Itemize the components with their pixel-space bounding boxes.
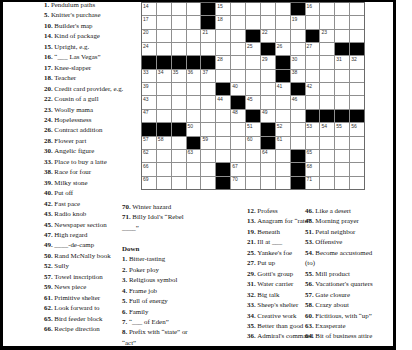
grid-cell bbox=[261, 163, 275, 175]
grid-cell bbox=[187, 3, 201, 15]
black-cell bbox=[291, 177, 305, 189]
clue-item: 5. Knitter's purchase bbox=[44, 10, 141, 20]
grid-cell: 65 bbox=[306, 150, 320, 162]
cell-number: 47 bbox=[143, 109, 149, 115]
cell-number: 23 bbox=[321, 29, 327, 35]
grid-cell bbox=[187, 110, 201, 122]
cell-number: 65 bbox=[307, 149, 313, 155]
clue-item: 17. Knee-slapper bbox=[44, 63, 141, 73]
black-cell bbox=[201, 16, 215, 28]
black-cell bbox=[291, 163, 305, 175]
cell-number: 21 bbox=[202, 29, 208, 35]
grid-cell bbox=[231, 56, 245, 68]
grid-cell bbox=[335, 177, 349, 189]
grid-cell bbox=[201, 83, 215, 95]
cell-number: 66 bbox=[143, 163, 149, 169]
grid-cell: 14 bbox=[142, 3, 156, 15]
clue-item: 12. Profess bbox=[247, 206, 307, 216]
grid-cell bbox=[231, 16, 245, 28]
black-cell bbox=[350, 110, 364, 122]
grid-cell: 25 bbox=[246, 43, 260, 55]
grid-cell bbox=[187, 30, 201, 42]
grid-cell bbox=[157, 16, 171, 28]
grid-cell bbox=[320, 16, 334, 28]
down-clue-column-3: 12. Profess13. Anagram for “rate”19. Ben… bbox=[247, 206, 307, 342]
grid-cell: 51 bbox=[246, 123, 260, 135]
grid-cell: 41 bbox=[276, 83, 290, 95]
cell-number: 60 bbox=[247, 136, 253, 142]
grid-cell bbox=[172, 43, 186, 55]
grid-cell bbox=[291, 123, 305, 135]
black-cell bbox=[216, 163, 230, 175]
grid-cell bbox=[157, 110, 171, 122]
black-cell bbox=[320, 110, 334, 122]
cell-number: 57 bbox=[143, 136, 149, 142]
grid-cell bbox=[276, 163, 290, 175]
cell-number: 37 bbox=[202, 69, 208, 75]
grid-cell bbox=[246, 177, 260, 189]
clue-item: 51. Petal neighbor bbox=[305, 227, 381, 237]
grid-cell bbox=[201, 43, 215, 55]
grid-cell: 18 bbox=[216, 16, 230, 28]
black-cell bbox=[291, 83, 305, 95]
grid-cell bbox=[246, 70, 260, 82]
grid-cell bbox=[201, 123, 215, 135]
clue-item: 2. Poker ploy bbox=[122, 265, 200, 275]
grid-cell: 67 bbox=[231, 163, 245, 175]
clue-item: 5. Full of energy bbox=[122, 296, 200, 306]
grid-cell: 68 bbox=[306, 163, 320, 175]
grid-cell: 57 bbox=[142, 137, 156, 149]
grid-cell: 22 bbox=[261, 30, 275, 42]
cell-number: 55 bbox=[336, 123, 342, 129]
grid-cell bbox=[231, 3, 245, 15]
grid-cell bbox=[350, 3, 364, 15]
cell-number: 62 bbox=[143, 149, 149, 155]
black-cell bbox=[261, 43, 275, 55]
cell-number: 71 bbox=[307, 176, 313, 182]
clue-item: 27. Put up bbox=[247, 258, 307, 268]
grid-cell bbox=[335, 150, 349, 162]
cell-number: 70 bbox=[232, 176, 238, 182]
grid-cell: 45 bbox=[246, 96, 260, 108]
clue-item: 55. Mill product bbox=[305, 269, 381, 279]
clue-item: 35. Better than good bbox=[247, 321, 307, 331]
cell-number: 44 bbox=[217, 96, 223, 102]
clue-item: 58. Crazy about bbox=[305, 300, 381, 310]
clue-item: 70. Winter hazard bbox=[122, 202, 200, 212]
grid-cell bbox=[306, 16, 320, 28]
grid-cell: 20 bbox=[142, 30, 156, 42]
cell-number: 61 bbox=[277, 136, 283, 142]
cell-number: 64 bbox=[262, 149, 268, 155]
clue-item: 13. Anagram for “rate” bbox=[247, 216, 307, 226]
grid-cell bbox=[157, 43, 171, 55]
grid-cell: 23 bbox=[320, 30, 334, 42]
clue-item: 32. Big talk bbox=[247, 290, 307, 300]
grid-cell: 58 bbox=[157, 137, 171, 149]
cell-number: 50 bbox=[188, 123, 194, 129]
cell-number: 67 bbox=[232, 163, 238, 169]
grid-cell bbox=[261, 177, 275, 189]
grid-cell bbox=[201, 163, 215, 175]
grid-cell bbox=[261, 16, 275, 28]
clue-item: 53. Offensive bbox=[305, 237, 381, 247]
cell-number: 34 bbox=[158, 69, 164, 75]
cell-number: 29 bbox=[262, 56, 268, 62]
cell-number: 31 bbox=[336, 56, 342, 62]
grid-cell bbox=[231, 43, 245, 55]
grid-cell bbox=[320, 163, 334, 175]
grid-cell: 37 bbox=[201, 70, 215, 82]
grid-cell bbox=[335, 163, 349, 175]
grid-cell: 27 bbox=[306, 43, 320, 55]
grid-cell: 32 bbox=[350, 56, 364, 68]
grid-cell bbox=[350, 70, 364, 82]
cell-number: 59 bbox=[202, 136, 208, 142]
grid-cell bbox=[335, 83, 349, 95]
clue-item: 3. Religious symbol bbox=[122, 275, 200, 285]
grid-cell bbox=[172, 163, 186, 175]
clue-item: 39. Milky stone bbox=[44, 178, 141, 188]
cell-number: 38 bbox=[292, 69, 298, 75]
grid-cell bbox=[246, 3, 260, 15]
clue-item: 14. Kind of package bbox=[44, 31, 141, 41]
grid-cell bbox=[335, 16, 349, 28]
grid-cell: 29 bbox=[261, 56, 275, 68]
grid-cell bbox=[157, 150, 171, 162]
clue-item: 23. Woolly mama bbox=[44, 105, 141, 115]
grid-cell: 66 bbox=[142, 163, 156, 175]
grid-cell bbox=[261, 83, 275, 95]
grid-cell bbox=[187, 83, 201, 95]
grid-cell bbox=[320, 96, 334, 108]
grid-cell bbox=[172, 83, 186, 95]
black-cell bbox=[261, 137, 275, 149]
grid-cell bbox=[320, 3, 334, 15]
cell-number: 69 bbox=[143, 176, 149, 182]
cell-number: 14 bbox=[143, 3, 149, 9]
grid-cell bbox=[320, 70, 334, 82]
grid-cell bbox=[335, 137, 349, 149]
clue-item: 30. Angelic figure bbox=[44, 146, 141, 156]
grid-cell bbox=[350, 96, 364, 108]
clue-item: 6. Family bbox=[122, 307, 200, 317]
grid-cell: 24 bbox=[142, 43, 156, 55]
grid-cell bbox=[276, 3, 290, 15]
grid-cell bbox=[261, 96, 275, 108]
cell-number: 46 bbox=[292, 96, 298, 102]
black-cell bbox=[276, 56, 290, 68]
cell-number: 19 bbox=[292, 16, 298, 22]
black-cell bbox=[157, 123, 171, 135]
clue-item: 56. Vacationer's quarters bbox=[305, 279, 381, 289]
cell-number: 27 bbox=[307, 43, 313, 49]
grid-cell bbox=[261, 3, 275, 15]
clue-item: 16. “___ Las Vegas” bbox=[44, 52, 141, 62]
grid-cell bbox=[216, 123, 230, 135]
cell-number: 52 bbox=[277, 123, 283, 129]
clue-item: 33. Place to buy a latte bbox=[44, 157, 141, 167]
grid-cell bbox=[157, 96, 171, 108]
grid-cell: 35 bbox=[172, 70, 186, 82]
grid-cell bbox=[291, 110, 305, 122]
black-cell bbox=[335, 43, 349, 55]
cell-number: 48 bbox=[232, 109, 238, 115]
grid-cell bbox=[157, 3, 171, 15]
grid-cell: 48 bbox=[231, 110, 245, 122]
grid-cell: 50 bbox=[187, 123, 201, 135]
cell-number: 58 bbox=[158, 136, 164, 142]
grid-cell bbox=[172, 96, 186, 108]
grid-cell bbox=[306, 96, 320, 108]
grid-cell: 30 bbox=[291, 56, 305, 68]
clue-item: 71. Billy Idol's “Rebel ____” bbox=[122, 212, 200, 233]
grid-cell bbox=[172, 16, 186, 28]
grid-cell: 70 bbox=[231, 177, 245, 189]
black-cell bbox=[306, 30, 320, 42]
grid-cell bbox=[231, 70, 245, 82]
clue-item: 63. Exasperate bbox=[305, 321, 381, 331]
cell-number: 24 bbox=[143, 43, 149, 49]
black-cell bbox=[246, 110, 260, 122]
grid-cell bbox=[157, 163, 171, 175]
black-cell bbox=[172, 123, 186, 135]
cell-number: 18 bbox=[217, 16, 223, 22]
grid-cell bbox=[231, 123, 245, 135]
grid-cell bbox=[335, 70, 349, 82]
grid-cell: 56 bbox=[350, 123, 364, 135]
clue-item: 60. Fictitious, with “up” bbox=[305, 311, 381, 321]
grid-cell: 17 bbox=[142, 16, 156, 28]
cell-number: 33 bbox=[143, 69, 149, 75]
cell-number: 39 bbox=[143, 83, 149, 89]
cell-number: 16 bbox=[307, 3, 313, 9]
grid-cell bbox=[261, 70, 275, 82]
grid-cell bbox=[172, 30, 186, 42]
grid-cell: 47 bbox=[142, 110, 156, 122]
clue-item: 24. Hopelessness bbox=[44, 115, 141, 125]
grid-cell bbox=[350, 163, 364, 175]
cell-number: 54 bbox=[321, 123, 327, 129]
black-cell bbox=[291, 150, 305, 162]
black-cell bbox=[216, 83, 230, 95]
black-cell bbox=[276, 70, 290, 82]
grid-cell bbox=[246, 83, 260, 95]
down-clue-column-4: 46. Like a desert48. Morning prayer51. P… bbox=[305, 206, 381, 342]
clue-item: 29. Gotti's group bbox=[247, 269, 307, 279]
grid-cell bbox=[246, 150, 260, 162]
cell-number: 30 bbox=[292, 56, 298, 62]
grid-cell bbox=[291, 30, 305, 42]
grid-cell bbox=[320, 177, 334, 189]
grid-cell bbox=[231, 30, 245, 42]
grid-cell bbox=[201, 110, 215, 122]
cell-number: 56 bbox=[351, 123, 357, 129]
grid-cell: 31 bbox=[335, 56, 349, 68]
grid-cell bbox=[201, 96, 215, 108]
grid-cell: 49 bbox=[261, 110, 275, 122]
cell-number: 32 bbox=[351, 56, 357, 62]
grid-cell bbox=[335, 30, 349, 42]
black-cell bbox=[350, 43, 364, 55]
clue-item: 19. Beneath bbox=[247, 227, 307, 237]
grid-cell bbox=[246, 163, 260, 175]
grid-cell bbox=[335, 96, 349, 108]
cell-number: 45 bbox=[247, 96, 253, 102]
grid-cell bbox=[172, 177, 186, 189]
grid-cell: 52 bbox=[276, 123, 290, 135]
cell-number: 49 bbox=[262, 109, 268, 115]
cell-number: 15 bbox=[217, 3, 223, 9]
clue-item: 8. Prefix with “state” or “act” bbox=[122, 327, 200, 348]
grid-cell: 21 bbox=[201, 30, 215, 42]
black-cell bbox=[187, 137, 201, 149]
grid-cell bbox=[216, 150, 230, 162]
grid-cell bbox=[276, 150, 290, 162]
grid-cell bbox=[350, 83, 364, 95]
cell-number: 22 bbox=[262, 29, 268, 35]
black-cell bbox=[291, 3, 305, 15]
clue-item: 46. Like a desert bbox=[305, 206, 381, 216]
grid-cell bbox=[216, 70, 230, 82]
grid-cell: 28 bbox=[216, 56, 230, 68]
grid-cell bbox=[276, 30, 290, 42]
grid-cell bbox=[306, 70, 320, 82]
grid-cell bbox=[231, 137, 245, 149]
black-cell bbox=[201, 56, 215, 68]
clue-item: 36. Admiral's command bbox=[247, 331, 307, 341]
grid-cell: 54 bbox=[320, 123, 334, 135]
cell-number: 43 bbox=[143, 96, 149, 102]
cell-number: 68 bbox=[307, 163, 313, 169]
grid-cell bbox=[187, 177, 201, 189]
clue-item: 33. Sheep's shelter bbox=[247, 300, 307, 310]
crossword-grid: 1415161718192021222324252627282930313233… bbox=[141, 2, 365, 190]
black-cell bbox=[246, 30, 260, 42]
grid-cell: 44 bbox=[216, 96, 230, 108]
cell-number: 25 bbox=[247, 43, 253, 49]
clue-item: 18. Teacher bbox=[44, 73, 141, 83]
grid-cell bbox=[187, 163, 201, 175]
grid-cell bbox=[291, 137, 305, 149]
clue-item: 21. Ill at ___ bbox=[247, 237, 307, 247]
grid-cell: 64 bbox=[261, 150, 275, 162]
clue-item: 64. Bit of business attire bbox=[305, 331, 381, 341]
grid-cell: 39 bbox=[142, 83, 156, 95]
black-cell bbox=[335, 110, 349, 122]
grid-cell: 61 bbox=[276, 137, 290, 149]
grid-cell bbox=[335, 3, 349, 15]
grid-cell: 53 bbox=[306, 123, 320, 135]
grid-cell bbox=[216, 110, 230, 122]
clue-item: 57. Gate closure bbox=[305, 290, 381, 300]
grid-cell bbox=[172, 137, 186, 149]
clue-item: 20. Credit card provider, e.g. bbox=[44, 84, 141, 94]
grid-cell: 62 bbox=[142, 150, 156, 162]
grid-cell bbox=[216, 30, 230, 42]
clue-item: 34. Creative work bbox=[247, 311, 307, 321]
black-cell bbox=[142, 123, 156, 135]
grid-cell: 59 bbox=[201, 137, 215, 149]
grid-cell bbox=[187, 16, 201, 28]
grid-cell bbox=[172, 150, 186, 162]
clue-item: 4. Frame job bbox=[122, 286, 200, 296]
down-clues-header: Down bbox=[122, 244, 200, 254]
black-cell bbox=[142, 56, 156, 68]
clue-column-2: 70. Winter hazard71. Billy Idol's “Rebel… bbox=[122, 202, 200, 348]
grid-cell: 33 bbox=[142, 70, 156, 82]
cell-number: 35 bbox=[173, 69, 179, 75]
grid-cell bbox=[320, 150, 334, 162]
clue-item: 54. Become accustomed (to) bbox=[305, 248, 381, 269]
grid-cell: 42 bbox=[306, 83, 320, 95]
grid-cell bbox=[350, 16, 364, 28]
clue-item: 1. Pendulum paths bbox=[44, 0, 141, 10]
grid-cell bbox=[157, 177, 171, 189]
grid-cell bbox=[276, 16, 290, 28]
black-cell bbox=[172, 56, 186, 68]
grid-cell bbox=[291, 43, 305, 55]
cell-number: 42 bbox=[307, 83, 313, 89]
black-cell bbox=[201, 3, 215, 15]
grid-cell bbox=[350, 177, 364, 189]
grid-cell: 34 bbox=[157, 70, 171, 82]
black-cell bbox=[187, 56, 201, 68]
grid-cell: 43 bbox=[142, 96, 156, 108]
clue-item: 40. Put off bbox=[44, 188, 141, 198]
grid-cell bbox=[172, 110, 186, 122]
grid-cell bbox=[231, 150, 245, 162]
grid-cell bbox=[246, 16, 260, 28]
grid-cell bbox=[320, 56, 334, 68]
clue-item: 15. Upright, e.g. bbox=[44, 42, 141, 52]
grid-cell: 16 bbox=[306, 3, 320, 15]
grid-cell bbox=[216, 137, 230, 149]
grid-cell bbox=[216, 43, 230, 55]
black-cell bbox=[216, 177, 230, 189]
grid-cell bbox=[350, 137, 364, 149]
grid-cell bbox=[306, 137, 320, 149]
cell-number: 40 bbox=[232, 83, 238, 89]
grid-cell bbox=[246, 56, 260, 68]
grid-cell: 40 bbox=[231, 83, 245, 95]
black-cell bbox=[306, 110, 320, 122]
cell-number: 20 bbox=[143, 29, 149, 35]
grid-cell bbox=[157, 83, 171, 95]
clue-item: 1. Bitter-tasting bbox=[122, 254, 200, 264]
grid-cell bbox=[201, 150, 215, 162]
clue-item: 38. Race for four bbox=[44, 167, 141, 177]
grid-cell bbox=[187, 96, 201, 108]
cell-number: 17 bbox=[143, 16, 149, 22]
black-cell bbox=[157, 56, 171, 68]
grid-cell: 19 bbox=[291, 16, 305, 28]
grid-cell bbox=[276, 177, 290, 189]
clue-item: 48. Morning prayer bbox=[305, 216, 381, 226]
clue-item: 7. “___ of Eden” bbox=[122, 317, 200, 327]
clue-item: 22. Cousin of a gull bbox=[44, 94, 141, 104]
grid-cell bbox=[201, 177, 215, 189]
grid-cell: 46 bbox=[291, 96, 305, 108]
grid-cell bbox=[306, 56, 320, 68]
black-cell bbox=[261, 123, 275, 135]
cell-number: 36 bbox=[188, 69, 194, 75]
cell-number: 28 bbox=[217, 56, 223, 62]
grid-cell bbox=[320, 83, 334, 95]
cell-number: 63 bbox=[188, 149, 194, 155]
grid-cell: 36 bbox=[187, 70, 201, 82]
